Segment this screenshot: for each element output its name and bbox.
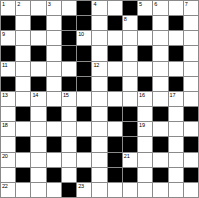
cell[interactable]	[16, 183, 30, 197]
cell[interactable]: 5	[138, 1, 152, 15]
black-cell	[108, 77, 122, 91]
cell[interactable]	[138, 153, 152, 167]
cell[interactable]	[77, 122, 91, 136]
cell[interactable]	[153, 62, 167, 76]
clue-number: 6	[154, 1, 157, 7]
cell[interactable]: 12	[92, 62, 106, 76]
cell[interactable]: 20	[1, 153, 15, 167]
black-cell	[138, 77, 152, 91]
clue-number: 1	[2, 1, 5, 7]
cell[interactable]	[16, 92, 30, 106]
cell[interactable]: 11	[1, 62, 15, 76]
cell[interactable]: 9	[1, 31, 15, 45]
cell[interactable]	[92, 122, 106, 136]
black-cell	[77, 137, 91, 151]
black-cell	[16, 107, 30, 121]
cell[interactable]	[169, 137, 183, 151]
black-cell	[62, 77, 76, 91]
cell[interactable]	[153, 153, 167, 167]
cell[interactable]	[92, 46, 106, 60]
clue-number: 7	[185, 1, 188, 7]
cell[interactable]	[123, 31, 137, 45]
black-cell	[108, 137, 122, 151]
cell[interactable]	[184, 46, 198, 60]
cell[interactable]: 10	[77, 31, 91, 45]
cell[interactable]	[169, 122, 183, 136]
clue-number: 13	[2, 92, 8, 98]
cell[interactable]	[62, 137, 76, 151]
cell[interactable]	[123, 92, 137, 106]
black-cell	[62, 183, 76, 197]
black-cell	[31, 77, 45, 91]
cell[interactable]	[169, 183, 183, 197]
black-cell	[47, 168, 61, 182]
cell[interactable]	[31, 62, 45, 76]
cell[interactable]	[123, 77, 137, 91]
cell[interactable]	[62, 62, 76, 76]
cell[interactable]: 22	[1, 183, 15, 197]
cell[interactable]	[153, 183, 167, 197]
clue-number: 11	[2, 62, 7, 68]
cell[interactable]	[31, 137, 45, 151]
cell[interactable]	[138, 137, 152, 151]
black-cell	[123, 122, 137, 136]
cell[interactable]	[31, 122, 45, 136]
cell[interactable]	[92, 92, 106, 106]
cell[interactable]: 23	[77, 183, 91, 197]
cell[interactable]	[1, 107, 15, 121]
cell[interactable]	[47, 77, 61, 91]
cell[interactable]	[62, 1, 76, 15]
clue-number: 14	[32, 92, 38, 98]
black-cell	[47, 107, 61, 121]
cell[interactable]	[92, 168, 106, 182]
cell[interactable]	[184, 183, 198, 197]
cell[interactable]: 16	[138, 92, 152, 106]
cell[interactable]: 6	[153, 1, 167, 15]
black-cell	[123, 107, 137, 121]
black-cell	[1, 16, 15, 30]
cell[interactable]: 2	[16, 1, 30, 15]
cell[interactable]	[31, 31, 45, 45]
cell[interactable]	[184, 122, 198, 136]
black-cell	[169, 16, 183, 30]
black-cell	[184, 107, 198, 121]
cell[interactable]	[47, 16, 61, 30]
clue-number: 22	[2, 183, 8, 189]
cell[interactable]: 1	[1, 1, 15, 15]
cell[interactable]: 21	[123, 153, 137, 167]
cell[interactable]	[47, 46, 61, 60]
cell[interactable]	[47, 183, 61, 197]
cell[interactable]	[92, 183, 106, 197]
cell[interactable]	[184, 62, 198, 76]
cell[interactable]	[16, 31, 30, 45]
clue-number: 15	[63, 92, 69, 98]
cell[interactable]: 15	[62, 92, 76, 106]
cell[interactable]: 18	[1, 122, 15, 136]
black-cell	[123, 1, 137, 15]
cell[interactable]	[16, 122, 30, 136]
clue-number: 4	[93, 1, 96, 7]
black-cell	[77, 168, 91, 182]
black-cell	[108, 168, 122, 182]
cell[interactable]	[16, 46, 30, 60]
cell[interactable]	[47, 31, 61, 45]
cell[interactable]	[169, 168, 183, 182]
crossword-page: 1234567891011121314151617181920212223	[0, 0, 199, 198]
cell[interactable]	[31, 168, 45, 182]
clue-number: 3	[48, 1, 51, 7]
cell[interactable]	[138, 183, 152, 197]
cell[interactable]	[138, 62, 152, 76]
cell[interactable]	[123, 46, 137, 60]
clue-number: 21	[124, 153, 130, 159]
cell[interactable]	[108, 1, 122, 15]
cell[interactable]	[169, 153, 183, 167]
cell[interactable]	[1, 137, 15, 151]
black-cell	[16, 137, 30, 151]
cell[interactable]	[16, 16, 30, 30]
cell[interactable]	[92, 107, 106, 121]
cell[interactable]	[153, 16, 167, 30]
cell[interactable]	[31, 107, 45, 121]
cell[interactable]: 17	[169, 92, 183, 106]
cell[interactable]	[169, 31, 183, 45]
cell[interactable]	[108, 31, 122, 45]
clue-number: 9	[2, 31, 5, 37]
cell[interactable]	[108, 122, 122, 136]
cell[interactable]	[62, 107, 76, 121]
black-cell	[108, 107, 122, 121]
cell[interactable]	[169, 62, 183, 76]
black-cell	[138, 46, 152, 60]
cell[interactable]	[47, 62, 61, 76]
clue-number: 12	[93, 62, 99, 68]
black-cell	[169, 46, 183, 60]
cell[interactable]	[138, 107, 152, 121]
cell[interactable]	[184, 92, 198, 106]
cell[interactable]	[92, 77, 106, 91]
black-cell	[77, 1, 91, 15]
clue-number: 16	[139, 92, 145, 98]
cell[interactable]	[16, 153, 30, 167]
cell[interactable]: 8	[123, 16, 137, 30]
cell[interactable]	[77, 92, 91, 106]
clue-number: 18	[2, 122, 8, 128]
black-cell	[169, 77, 183, 91]
black-cell	[123, 168, 137, 182]
clue-number: 5	[139, 1, 142, 7]
cell[interactable]	[62, 153, 76, 167]
cell[interactable]: 13	[1, 92, 15, 106]
cell[interactable]	[153, 31, 167, 45]
cell[interactable]	[47, 92, 61, 106]
cell[interactable]	[138, 31, 152, 45]
cell[interactable]	[153, 92, 167, 106]
cell[interactable]	[169, 107, 183, 121]
black-cell	[62, 46, 76, 60]
cell[interactable]	[16, 77, 30, 91]
cell[interactable]	[108, 92, 122, 106]
cell[interactable]	[169, 1, 183, 15]
black-cell	[108, 16, 122, 30]
cell[interactable]: 19	[138, 122, 152, 136]
black-cell	[1, 46, 15, 60]
cell[interactable]: 3	[47, 1, 61, 15]
cell[interactable]	[153, 122, 167, 136]
black-cell	[1, 77, 15, 91]
black-cell	[77, 107, 91, 121]
cell[interactable]	[92, 153, 106, 167]
black-cell	[77, 62, 91, 76]
black-cell	[16, 168, 30, 182]
clue-number: 17	[170, 92, 176, 98]
cell[interactable]	[92, 16, 106, 30]
clue-number: 8	[124, 16, 127, 22]
black-cell	[153, 168, 167, 182]
cell[interactable]	[92, 31, 106, 45]
cell[interactable]	[62, 168, 76, 182]
cell[interactable]	[184, 31, 198, 45]
cell[interactable]	[184, 77, 198, 91]
black-cell	[77, 46, 91, 60]
clue-number: 20	[2, 153, 8, 159]
cell[interactable]	[92, 137, 106, 151]
cell[interactable]	[153, 46, 167, 60]
black-cell	[108, 46, 122, 60]
black-cell	[62, 31, 76, 45]
black-cell	[31, 16, 45, 30]
cell[interactable]: 7	[184, 1, 198, 15]
cell[interactable]: 4	[92, 1, 106, 15]
black-cell	[138, 16, 152, 30]
cell[interactable]	[123, 183, 137, 197]
cell[interactable]	[31, 153, 45, 167]
cell[interactable]	[138, 168, 152, 182]
cell[interactable]	[123, 62, 137, 76]
cell[interactable]	[1, 168, 15, 182]
black-cell	[77, 77, 91, 91]
cell[interactable]	[16, 62, 30, 76]
black-cell	[62, 16, 76, 30]
clue-number: 23	[78, 183, 84, 189]
black-cell	[123, 137, 137, 151]
black-cell	[108, 153, 122, 167]
clue-number: 10	[78, 31, 84, 37]
cell[interactable]	[108, 183, 122, 197]
cell[interactable]	[184, 153, 198, 167]
black-cell	[153, 137, 167, 151]
black-cell	[184, 137, 198, 151]
black-cell	[47, 137, 61, 151]
cell[interactable]: 14	[31, 92, 45, 106]
cell[interactable]	[62, 122, 76, 136]
cell[interactable]	[47, 153, 61, 167]
cell[interactable]	[77, 153, 91, 167]
black-cell	[77, 16, 91, 30]
cell[interactable]	[153, 77, 167, 91]
cell[interactable]	[47, 122, 61, 136]
cell[interactable]	[108, 62, 122, 76]
clue-number: 19	[139, 122, 145, 128]
crossword-grid: 1234567891011121314151617181920212223	[0, 0, 199, 198]
black-cell	[31, 46, 45, 60]
cell[interactable]	[31, 183, 45, 197]
cell[interactable]	[31, 1, 45, 15]
clue-number: 2	[17, 1, 20, 7]
cell[interactable]	[184, 16, 198, 30]
black-cell	[153, 107, 167, 121]
black-cell	[184, 168, 198, 182]
